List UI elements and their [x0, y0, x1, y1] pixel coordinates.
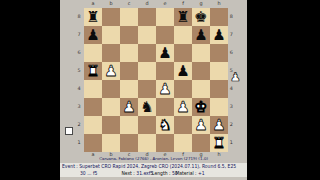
square-h6[interactable]	[210, 44, 228, 62]
square-b4[interactable]	[102, 80, 120, 98]
square-e1[interactable]	[156, 134, 174, 152]
white-pawn: ♟	[158, 81, 171, 96]
square-a3[interactable]	[84, 98, 102, 116]
next-move-group: Next : 31.exf5	[121, 171, 153, 176]
next-label: Next :	[121, 171, 134, 176]
white-pawn: ♟	[212, 117, 225, 132]
square-h2[interactable]: ♟	[210, 116, 228, 134]
square-c3[interactable]: ♟	[120, 98, 138, 116]
square-b5[interactable]: ♟	[102, 62, 120, 80]
black-rook: ♜	[86, 9, 99, 24]
last-move: 30 ... f5	[80, 171, 97, 176]
square-a7[interactable]: ♟	[84, 26, 102, 44]
white-rook: ♜	[212, 135, 225, 150]
material-label: Material :	[175, 171, 196, 176]
rank-label: 7	[229, 29, 236, 42]
material-group: Material : +1	[175, 171, 204, 176]
square-d8[interactable]	[138, 8, 156, 26]
footer-band: Event : Superbet CRO Rapid 2024, Zagreb …	[60, 163, 247, 177]
file-label: b	[105, 1, 118, 6]
square-h8[interactable]	[210, 8, 228, 26]
players-line: Caruana, Fabiano (2766) - Aronian, Levon…	[60, 156, 247, 160]
square-g2[interactable]: ♟	[192, 116, 210, 134]
square-e8[interactable]	[156, 8, 174, 26]
file-label: c	[123, 1, 136, 6]
square-f7[interactable]	[174, 26, 192, 44]
rank-label: 8	[229, 11, 236, 24]
rank-label: 3	[67, 101, 82, 114]
square-e5[interactable]	[156, 62, 174, 80]
rank-label: 4	[229, 83, 236, 96]
square-g7[interactable]: ♟	[192, 26, 210, 44]
rank-label: 7	[67, 29, 82, 42]
black-pawn: ♟	[86, 27, 99, 42]
file-label: f	[177, 1, 190, 6]
chess-board[interactable]: ♜♜♚♟♟♟♟♜♟♟♟♟♞♟♚♞♟♟♜	[84, 8, 228, 152]
square-a8[interactable]: ♜	[84, 8, 102, 26]
white-pawn: ♟	[194, 117, 207, 132]
rank-label: 1	[67, 137, 82, 150]
square-g8[interactable]: ♚	[192, 8, 210, 26]
square-c7[interactable]	[120, 26, 138, 44]
square-c1[interactable]	[120, 134, 138, 152]
rank-label: 8	[67, 11, 82, 24]
file-label: g	[195, 1, 208, 6]
length-label: Length :	[152, 171, 170, 176]
square-g1[interactable]	[192, 134, 210, 152]
black-king: ♚	[194, 9, 207, 24]
white-pawn: ♟	[104, 63, 117, 78]
square-c8[interactable]	[120, 8, 138, 26]
square-d2[interactable]	[138, 116, 156, 134]
square-e4[interactable]: ♟	[156, 80, 174, 98]
black-rook: ♜	[176, 9, 189, 24]
square-h3[interactable]	[210, 98, 228, 116]
white-pawn: ♟	[122, 99, 135, 114]
file-label: a	[87, 1, 100, 6]
square-e3[interactable]	[156, 98, 174, 116]
square-f8[interactable]: ♜	[174, 8, 192, 26]
square-f1[interactable]	[174, 134, 192, 152]
event-line: Event : Superbet CRO Rapid 2024, Zagreb …	[62, 164, 251, 169]
square-f5[interactable]: ♟	[174, 62, 192, 80]
square-c6[interactable]	[120, 44, 138, 62]
black-pawn: ♟	[176, 63, 189, 78]
square-d6[interactable]	[138, 44, 156, 62]
square-g6[interactable]	[192, 44, 210, 62]
square-c5[interactable]	[120, 62, 138, 80]
square-b2[interactable]	[102, 116, 120, 134]
square-b3[interactable]	[102, 98, 120, 116]
square-d1[interactable]	[138, 134, 156, 152]
file-label: e	[159, 1, 172, 6]
square-b8[interactable]	[102, 8, 120, 26]
black-knight: ♞	[140, 99, 153, 114]
black-pawn: ♟	[158, 45, 171, 60]
material-balance: +1	[198, 171, 205, 176]
next-move: 31.exf5	[136, 171, 153, 176]
rank-label: 2	[229, 119, 236, 132]
square-a6[interactable]	[84, 44, 102, 62]
square-b1[interactable]	[102, 134, 120, 152]
square-e7[interactable]	[156, 26, 174, 44]
square-h5[interactable]	[210, 62, 228, 80]
white-rook: ♜	[86, 63, 99, 78]
square-d5[interactable]	[138, 62, 156, 80]
black-pawn: ♟	[212, 27, 225, 42]
square-d4[interactable]	[138, 80, 156, 98]
square-b6[interactable]	[102, 44, 120, 62]
square-f3[interactable]: ♟	[174, 98, 192, 116]
square-h4[interactable]	[210, 80, 228, 98]
square-f6[interactable]	[174, 44, 192, 62]
rank-label: 6	[67, 47, 82, 60]
rank-label: 4	[67, 83, 82, 96]
square-c4[interactable]	[120, 80, 138, 98]
square-a2[interactable]	[84, 116, 102, 134]
square-f4[interactable]	[174, 80, 192, 98]
white-pawn: ♟	[176, 99, 189, 114]
file-labels-top: abcdefgh	[84, 0, 228, 7]
square-h7[interactable]: ♟	[210, 26, 228, 44]
rank-label: 5	[67, 65, 82, 78]
square-a5[interactable]: ♜	[84, 62, 102, 80]
game-length-group: Length : 50	[152, 171, 178, 176]
rank-label: 3	[229, 101, 236, 114]
chess-viewer-stage: abcdefgh 87654321 ♜♜♚♟♟♟♟♜♟♟♟♟♞♟♚♞♟♟♜ 87…	[0, 0, 320, 180]
move-info-line: 30 ... f5 Next : 31.exf5 Length : 50 Mat…	[62, 171, 251, 176]
square-c2[interactable]	[120, 116, 138, 134]
black-pawn: ♟	[194, 27, 207, 42]
square-g3[interactable]: ♚	[192, 98, 210, 116]
square-d3[interactable]: ♞	[138, 98, 156, 116]
square-g4[interactable]	[192, 80, 210, 98]
square-e6[interactable]: ♟	[156, 44, 174, 62]
file-label: d	[141, 1, 154, 6]
rank-label: 6	[229, 47, 236, 60]
square-a4[interactable]	[84, 80, 102, 98]
material-advantage-pawn-icon: ♟	[230, 71, 241, 83]
white-knight: ♞	[158, 117, 171, 132]
chess-gui-panel: abcdefgh 87654321 ♜♜♚♟♟♟♟♜♟♟♟♟♞♟♚♞♟♟♜ 87…	[60, 0, 247, 180]
square-e2[interactable]: ♞	[156, 116, 174, 134]
side-to-move-indicator	[65, 127, 73, 135]
square-a1[interactable]	[84, 134, 102, 152]
square-f2[interactable]	[174, 116, 192, 134]
file-label: h	[213, 1, 226, 6]
square-h1[interactable]: ♜	[210, 134, 228, 152]
white-king: ♚	[194, 99, 207, 114]
square-b7[interactable]	[102, 26, 120, 44]
square-d7[interactable]	[138, 26, 156, 44]
square-g5[interactable]	[192, 62, 210, 80]
rank-label: 1	[229, 137, 236, 150]
